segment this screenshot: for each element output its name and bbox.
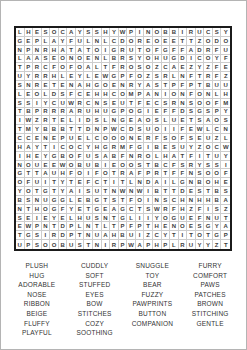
- grid-cell: O: [127, 37, 136, 46]
- grid-cell: R: [170, 99, 179, 108]
- grid-cell: Y: [187, 143, 196, 152]
- grid-cell: B: [50, 125, 59, 134]
- grid-cell: U: [84, 161, 93, 170]
- grid-cell: L: [213, 90, 222, 99]
- grid-cell: F: [221, 55, 230, 64]
- grid-cell: T: [119, 196, 128, 205]
- word-item: PATCHES: [195, 290, 226, 300]
- grid-cell: E: [33, 134, 42, 143]
- grid-cell: O: [76, 63, 85, 72]
- grid-cell: E: [93, 72, 102, 81]
- grid-cell: O: [136, 72, 145, 81]
- grid-cell: S: [204, 161, 213, 170]
- grid-cell: L: [221, 134, 230, 143]
- grid-cell: F: [162, 108, 171, 117]
- grid-cell: I: [84, 169, 93, 178]
- grid-cell: H: [50, 72, 59, 81]
- grid-cell: A: [221, 196, 230, 205]
- grid-cell: Y: [76, 72, 85, 81]
- grid-cell: T: [221, 214, 230, 223]
- grid-cell: A: [76, 81, 85, 90]
- grid-cell: F: [179, 81, 188, 90]
- grid-cell: I: [33, 214, 42, 223]
- grid-cell: N: [127, 187, 136, 196]
- grid-cell: I: [102, 46, 111, 55]
- grid-cell: H: [153, 222, 162, 231]
- grid-cell: R: [76, 108, 85, 117]
- grid-cell: U: [93, 187, 102, 196]
- grid-cell: T: [84, 46, 93, 55]
- grid-cell: O: [50, 28, 59, 37]
- grid-cell: R: [42, 108, 51, 117]
- grid-cell: U: [33, 178, 42, 187]
- grid-cell: I: [42, 231, 51, 240]
- grid-cell: U: [144, 125, 153, 134]
- grid-cell: T: [110, 169, 119, 178]
- grid-cell: P: [33, 108, 42, 117]
- grid-cell: A: [170, 152, 179, 161]
- grid-cell: O: [102, 169, 111, 178]
- grid-cell: O: [179, 222, 188, 231]
- grid-cell: P: [144, 169, 153, 178]
- grid-cell: F: [59, 205, 68, 214]
- grid-cell: C: [76, 143, 85, 152]
- grid-cell: F: [213, 99, 222, 108]
- grid-cell: E: [127, 116, 136, 125]
- grid-cell: I: [144, 108, 153, 117]
- grid-cell: T: [179, 37, 188, 46]
- word-item: BEAR: [143, 280, 162, 290]
- grid-cell: F: [136, 99, 145, 108]
- grid-cell: H: [102, 90, 111, 99]
- grid-cell: B: [204, 81, 213, 90]
- grid-cell: S: [144, 205, 153, 214]
- grid-cell: A: [127, 169, 136, 178]
- grid-cell: Y: [196, 63, 205, 72]
- grid-cell: H: [102, 28, 111, 37]
- grid-cell: T: [170, 231, 179, 240]
- grid-cell: T: [50, 81, 59, 90]
- grid-cell: H: [33, 205, 42, 214]
- grid-cell: O: [42, 240, 51, 249]
- grid-cell: S: [127, 55, 136, 64]
- grid-cell: O: [119, 90, 128, 99]
- grid-cell: N: [204, 214, 213, 223]
- grid-cell: O: [144, 152, 153, 161]
- grid-cell: F: [187, 72, 196, 81]
- grid-cell: D: [213, 37, 222, 46]
- grid-cell: P: [221, 231, 230, 240]
- grid-cell: D: [84, 125, 93, 134]
- grid-cell: Y: [136, 81, 145, 90]
- grid-cell: G: [179, 178, 188, 187]
- grid-cell: O: [204, 55, 213, 64]
- grid-cell: U: [196, 28, 205, 37]
- grid-cell: I: [76, 116, 85, 125]
- grid-cell: G: [119, 116, 128, 125]
- grid-cell: S: [196, 116, 205, 125]
- grid-cell: U: [16, 72, 25, 81]
- grid-cell: G: [16, 169, 25, 178]
- grid-cell: G: [50, 196, 59, 205]
- grid-cell: N: [33, 46, 42, 55]
- grid-cell: O: [33, 90, 42, 99]
- grid-cell: C: [84, 99, 93, 108]
- grid-cell: S: [179, 161, 188, 170]
- grid-cell: P: [119, 72, 128, 81]
- grid-cell: C: [25, 134, 34, 143]
- grid-cell: S: [196, 187, 205, 196]
- grid-cell: T: [162, 81, 171, 90]
- grid-cell: E: [144, 99, 153, 108]
- grid-cell: B: [153, 161, 162, 170]
- grid-cell: A: [33, 55, 42, 64]
- grid-cell: E: [25, 37, 34, 46]
- grid-cell: T: [187, 231, 196, 240]
- word-list-column: PLUSHHUGADORABLENOSERIBBONBEIGEFLUFFYPLA…: [8, 261, 66, 338]
- grid-cell: N: [93, 125, 102, 134]
- grid-cell: H: [179, 205, 188, 214]
- grid-cell: I: [162, 178, 171, 187]
- grid-cell: U: [76, 37, 85, 46]
- grid-cell: A: [102, 152, 111, 161]
- grid-cell: U: [119, 99, 128, 108]
- grid-cell: C: [119, 125, 128, 134]
- grid-cell: B: [84, 196, 93, 205]
- grid-cell: S: [136, 161, 145, 170]
- grid-cell: S: [110, 196, 119, 205]
- grid-cell: O: [67, 143, 76, 152]
- grid-cell: E: [59, 116, 68, 125]
- grid-cell: S: [153, 116, 162, 125]
- grid-cell: H: [162, 152, 171, 161]
- grid-cell: U: [221, 46, 230, 55]
- grid-cell: G: [50, 152, 59, 161]
- grid-cell: T: [16, 63, 25, 72]
- grid-cell: D: [196, 46, 205, 55]
- grid-cell: E: [179, 63, 188, 72]
- grid-cell: C: [162, 63, 171, 72]
- word-item: COMFORT: [193, 271, 227, 281]
- grid-cell: R: [59, 108, 68, 117]
- grid-cell: W: [119, 28, 128, 37]
- grid-cell: I: [102, 161, 111, 170]
- grid-cell: P: [162, 240, 171, 249]
- grid-cell: F: [187, 152, 196, 161]
- grid-cell: T: [204, 187, 213, 196]
- grid-cell: P: [170, 81, 179, 90]
- grid-cell: M: [221, 99, 230, 108]
- grid-cell: Y: [153, 214, 162, 223]
- grid-cell: E: [187, 222, 196, 231]
- grid-cell: N: [93, 99, 102, 108]
- grid-cell: T: [179, 152, 188, 161]
- grid-cell: T: [110, 222, 119, 231]
- grid-cell: F: [127, 196, 136, 205]
- word-item: PLAYFUL: [22, 328, 52, 338]
- grid-cell: T: [67, 178, 76, 187]
- grid-cell: H: [179, 196, 188, 205]
- grid-cell: C: [204, 28, 213, 37]
- grid-cell: U: [187, 240, 196, 249]
- grid-cell: D: [59, 222, 68, 231]
- grid-cell: O: [144, 46, 153, 55]
- grid-cell: F: [93, 169, 102, 178]
- grid-cell: U: [59, 99, 68, 108]
- word-item: HUG: [29, 271, 44, 281]
- grid-cell: T: [196, 72, 205, 81]
- grid-cell: C: [93, 178, 102, 187]
- grid-cell: R: [119, 55, 128, 64]
- grid-cell: T: [144, 161, 153, 170]
- grid-cell: E: [76, 178, 85, 187]
- grid-cell: N: [93, 55, 102, 64]
- word-item: PAWPRINTS: [133, 299, 173, 309]
- grid-cell: T: [221, 240, 230, 249]
- grid-cell: T: [187, 37, 196, 46]
- grid-cell: E: [187, 125, 196, 134]
- grid-cell: A: [110, 205, 119, 214]
- grid-cell: H: [213, 178, 222, 187]
- grid-cell: B: [76, 161, 85, 170]
- grid-cell: O: [204, 143, 213, 152]
- grid-cell: B: [42, 125, 51, 134]
- grid-cell: Z: [213, 134, 222, 143]
- grid-cell: Y: [221, 108, 230, 117]
- grid-cell: L: [76, 222, 85, 231]
- grid-cell: A: [204, 116, 213, 125]
- grid-cell: E: [33, 152, 42, 161]
- grid-cell: O: [76, 55, 85, 64]
- grid-cell: D: [144, 178, 153, 187]
- grid-cell: R: [119, 169, 128, 178]
- grid-cell: C: [110, 90, 119, 99]
- grid-cell: N: [127, 152, 136, 161]
- word-item: CUDDLY: [81, 261, 108, 271]
- grid-cell: T: [25, 169, 34, 178]
- grid-cell: Y: [76, 28, 85, 37]
- grid-cell: O: [144, 55, 153, 64]
- grid-cell: F: [221, 169, 230, 178]
- grid-cell: S: [102, 99, 111, 108]
- grid-cell: F: [127, 143, 136, 152]
- grid-cell: W: [119, 187, 128, 196]
- grid-cell: S: [59, 90, 68, 99]
- grid-cell: F: [196, 205, 205, 214]
- grid-cell: Y: [25, 72, 34, 81]
- grid-cell: G: [59, 196, 68, 205]
- grid-cell: I: [179, 28, 188, 37]
- grid-cell: I: [102, 240, 111, 249]
- grid-cell: N: [102, 214, 111, 223]
- word-list: PLUSHHUGADORABLENOSERIBBONBEIGEFLUFFYPLA…: [8, 261, 239, 338]
- grid-cell: S: [187, 108, 196, 117]
- grid-cell: S: [213, 205, 222, 214]
- grid-cell: F: [179, 169, 188, 178]
- grid-cell: N: [187, 178, 196, 187]
- grid-cell: H: [196, 196, 205, 205]
- grid-cell: T: [204, 152, 213, 161]
- grid-cell: E: [187, 214, 196, 223]
- grid-cell: Y: [67, 205, 76, 214]
- grid-cell: O: [144, 63, 153, 72]
- grid-cell: H: [93, 90, 102, 99]
- grid-cell: S: [136, 63, 145, 72]
- grid-cell: O: [213, 169, 222, 178]
- grid-cell: S: [16, 81, 25, 90]
- grid-cell: Y: [33, 143, 42, 152]
- grid-cell: T: [102, 178, 111, 187]
- grid-cell: L: [170, 240, 179, 249]
- grid-cell: G: [196, 108, 205, 117]
- grid-cell: S: [136, 125, 145, 134]
- grid-cell: W: [25, 222, 34, 231]
- grid-cell: Y: [221, 28, 230, 37]
- grid-cell: W: [110, 125, 119, 134]
- word-list-column: FURRYCOMFORTPAWSPATCHESBROWNSTITCHINGGEN…: [181, 261, 239, 338]
- grid-cell: O: [25, 161, 34, 170]
- grid-cell: H: [50, 46, 59, 55]
- grid-cell: P: [119, 222, 128, 231]
- grid-cell: T: [67, 125, 76, 134]
- grid-cell: F: [50, 63, 59, 72]
- grid-cell: S: [93, 28, 102, 37]
- grid-cell: O: [67, 152, 76, 161]
- word-item: STITCHING: [192, 309, 229, 319]
- grid-cell: G: [42, 187, 51, 196]
- grid-cell: G: [119, 214, 128, 223]
- grid-cell: R: [119, 63, 128, 72]
- grid-cell: C: [59, 143, 68, 152]
- grid-cell: G: [16, 37, 25, 46]
- grid-cell: I: [144, 196, 153, 205]
- grid-cell: L: [162, 116, 171, 125]
- grid-cell: R: [162, 72, 171, 81]
- grid-cell: A: [67, 108, 76, 117]
- grid-cell: A: [187, 46, 196, 55]
- grid-cell: T: [136, 205, 145, 214]
- grid-cell: N: [67, 81, 76, 90]
- grid-cell: N: [93, 37, 102, 46]
- grid-cell: S: [162, 134, 171, 143]
- grid-cell: A: [136, 116, 145, 125]
- grid-cell: R: [42, 116, 51, 125]
- grid-cell: F: [153, 134, 162, 143]
- grid-cell: U: [179, 143, 188, 152]
- grid-cell: U: [170, 116, 179, 125]
- grid-cell: I: [144, 143, 153, 152]
- grid-cell: T: [42, 143, 51, 152]
- grid-cell: B: [93, 161, 102, 170]
- grid-cell: A: [42, 169, 51, 178]
- grid-cell: E: [42, 81, 51, 90]
- grid-cell: N: [221, 125, 230, 134]
- grid-cell: L: [204, 125, 213, 134]
- grid-cell: B: [196, 178, 205, 187]
- grid-cell: Y: [84, 143, 93, 152]
- grid-cell: N: [33, 196, 42, 205]
- grid-cell: S: [204, 108, 213, 117]
- grid-cell: A: [221, 222, 230, 231]
- grid-cell: R: [119, 46, 128, 55]
- grid-cell: A: [67, 187, 76, 196]
- grid-cell: S: [42, 28, 51, 37]
- grid-cell: S: [42, 55, 51, 64]
- word-item: FURRY: [198, 261, 221, 271]
- grid-cell: N: [16, 46, 25, 55]
- grid-cell: Z: [221, 205, 230, 214]
- grid-cell: U: [213, 152, 222, 161]
- grid-cell: O: [204, 37, 213, 46]
- grid-cell: H: [93, 143, 102, 152]
- grid-cell: G: [110, 108, 119, 117]
- grid-cell: T: [76, 231, 85, 240]
- grid-cell: U: [127, 231, 136, 240]
- grid-cell: O: [196, 90, 205, 99]
- grid-cell: F: [84, 178, 93, 187]
- grid-cell: F: [196, 214, 205, 223]
- grid-cell: W: [102, 72, 111, 81]
- grid-cell: E: [42, 161, 51, 170]
- grid-cell: M: [25, 125, 34, 134]
- grid-cell: G: [110, 72, 119, 81]
- grid-cell: Y: [50, 214, 59, 223]
- grid-cell: O: [153, 28, 162, 37]
- grid-cell: T: [50, 222, 59, 231]
- grid-cell: B: [59, 125, 68, 134]
- grid-cell: G: [136, 143, 145, 152]
- word-item: PLUSH: [26, 261, 49, 271]
- grid-cell: T: [33, 169, 42, 178]
- grid-cell: Y: [33, 125, 42, 134]
- word-list-column: CUDDLYSOFTSTUFFEDEYESBOWSTITCHESCOZYSOOT…: [66, 261, 124, 338]
- grid-cell: I: [110, 178, 119, 187]
- grid-cell: G: [50, 205, 59, 214]
- grid-cell: E: [25, 90, 34, 99]
- grid-cell: S: [33, 240, 42, 249]
- grid-cell: E: [187, 187, 196, 196]
- grid-cell: U: [204, 134, 213, 143]
- grid-cell: F: [153, 46, 162, 55]
- grid-cell: Y: [110, 28, 119, 37]
- grid-cell: L: [127, 214, 136, 223]
- grid-cell: P: [213, 108, 222, 117]
- grid-cell: N: [144, 28, 153, 37]
- word-item: SNUGGLE: [136, 261, 169, 271]
- grid-cell: F: [213, 63, 222, 72]
- grid-cell: P: [25, 240, 34, 249]
- grid-cell: R: [110, 240, 119, 249]
- grid-cell: E: [110, 99, 119, 108]
- grid-cell: T: [84, 240, 93, 249]
- grid-cell: N: [84, 231, 93, 240]
- grid-cell: Z: [153, 63, 162, 72]
- grid-cell: O: [59, 63, 68, 72]
- grid-cell: P: [33, 37, 42, 46]
- grid-cell: Y: [16, 187, 25, 196]
- grid-cell: P: [59, 134, 68, 143]
- grid-cell: G: [110, 46, 119, 55]
- grid-cell: L: [84, 134, 93, 143]
- grid-cell: N: [110, 187, 119, 196]
- word-item: BROWN: [197, 299, 223, 309]
- grid-cell: D: [127, 125, 136, 134]
- grid-cell: Y: [196, 240, 205, 249]
- grid-cell: H: [84, 81, 93, 90]
- grid-cell: C: [162, 161, 171, 170]
- grid-cell: F: [170, 108, 179, 117]
- grid-cell: R: [33, 81, 42, 90]
